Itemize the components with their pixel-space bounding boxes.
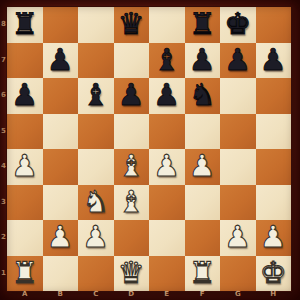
square-e7[interactable]: ♝: [149, 43, 185, 79]
white-king-h1: ♚: [260, 255, 287, 291]
square-d8[interactable]: ♛: [114, 7, 150, 43]
black-pawn-h7: ♟: [260, 42, 287, 78]
square-e8[interactable]: [149, 7, 185, 43]
square-d5[interactable]: [114, 114, 150, 150]
square-b5[interactable]: [43, 114, 79, 150]
square-d7[interactable]: [114, 43, 150, 79]
white-bishop-d4: ♝: [118, 148, 145, 184]
rank-label-1: 1: [0, 256, 7, 292]
black-pawn-b7: ♟: [47, 42, 74, 78]
square-f4[interactable]: ♟: [185, 149, 221, 185]
white-bishop-d3: ♝: [118, 184, 145, 220]
square-h3[interactable]: [256, 185, 292, 221]
black-bishop-e7: ♝: [153, 42, 180, 78]
square-f6[interactable]: ♞: [185, 78, 221, 114]
square-c3[interactable]: ♞: [78, 185, 114, 221]
square-d3[interactable]: ♝: [114, 185, 150, 221]
file-label-g: G: [220, 290, 256, 300]
file-label-c: C: [78, 290, 114, 300]
square-a5[interactable]: [7, 114, 43, 150]
square-g1[interactable]: [220, 256, 256, 292]
square-g8[interactable]: ♚: [220, 7, 256, 43]
white-pawn-f4: ♟: [189, 148, 216, 184]
black-pawn-a6: ♟: [11, 77, 38, 113]
square-d6[interactable]: ♟: [114, 78, 150, 114]
rank-label-6: 6: [0, 78, 7, 114]
rank-label-3: 3: [0, 185, 7, 221]
file-label-a: A: [7, 290, 43, 300]
square-c7[interactable]: [78, 43, 114, 79]
square-h8[interactable]: [256, 7, 292, 43]
white-pawn-e4: ♟: [153, 148, 180, 184]
rank-label-2: 2: [0, 220, 7, 256]
white-pawn-g2: ♟: [224, 219, 251, 255]
square-a4[interactable]: ♟: [7, 149, 43, 185]
black-pawn-f7: ♟: [189, 42, 216, 78]
square-b3[interactable]: [43, 185, 79, 221]
file-label-h: H: [256, 290, 292, 300]
square-h1[interactable]: ♚: [256, 256, 292, 292]
square-b8[interactable]: [43, 7, 79, 43]
square-e6[interactable]: ♟: [149, 78, 185, 114]
black-rook-a8: ♜: [11, 6, 38, 42]
square-c5[interactable]: [78, 114, 114, 150]
square-b7[interactable]: ♟: [43, 43, 79, 79]
square-b6[interactable]: [43, 78, 79, 114]
square-c6[interactable]: ♝: [78, 78, 114, 114]
square-a1[interactable]: ♜: [7, 256, 43, 292]
black-pawn-e6: ♟: [153, 77, 180, 113]
square-h4[interactable]: [256, 149, 292, 185]
white-rook-f1: ♜: [189, 255, 216, 291]
square-f8[interactable]: ♜: [185, 7, 221, 43]
square-d4[interactable]: ♝: [114, 149, 150, 185]
rank-label-8: 8: [0, 7, 7, 43]
square-g2[interactable]: ♟: [220, 220, 256, 256]
file-label-e: E: [149, 290, 185, 300]
black-knight-f6: ♞: [189, 77, 216, 113]
square-g6[interactable]: [220, 78, 256, 114]
square-a6[interactable]: ♟: [7, 78, 43, 114]
chess-board: ♜♛♜♚♟♝♟♟♟♟♝♟♟♞♟♝♟♟♞♝♟♟♟♟♜♛♜♚: [7, 7, 291, 291]
square-d2[interactable]: [114, 220, 150, 256]
square-g3[interactable]: [220, 185, 256, 221]
square-g4[interactable]: [220, 149, 256, 185]
white-pawn-c2: ♟: [82, 219, 109, 255]
square-b4[interactable]: [43, 149, 79, 185]
square-f2[interactable]: [185, 220, 221, 256]
square-d1[interactable]: ♛: [114, 256, 150, 292]
square-h6[interactable]: [256, 78, 292, 114]
square-a3[interactable]: [7, 185, 43, 221]
square-h7[interactable]: ♟: [256, 43, 292, 79]
square-e1[interactable]: [149, 256, 185, 292]
file-label-b: B: [43, 290, 79, 300]
square-e5[interactable]: [149, 114, 185, 150]
chess-diagram: ♜♛♜♚♟♝♟♟♟♟♝♟♟♞♟♝♟♟♞♝♟♟♟♟♜♛♜♚ 87654321ABC…: [0, 0, 300, 300]
square-e4[interactable]: ♟: [149, 149, 185, 185]
white-pawn-a4: ♟: [11, 148, 38, 184]
square-b1[interactable]: [43, 256, 79, 292]
square-a7[interactable]: [7, 43, 43, 79]
black-bishop-c6: ♝: [82, 77, 109, 113]
rank-label-7: 7: [0, 43, 7, 79]
white-pawn-b2: ♟: [47, 219, 74, 255]
rank-label-4: 4: [0, 149, 7, 185]
square-h2[interactable]: ♟: [256, 220, 292, 256]
black-pawn-g7: ♟: [224, 42, 251, 78]
square-c2[interactable]: ♟: [78, 220, 114, 256]
white-knight-c3: ♞: [82, 184, 109, 220]
square-b2[interactable]: ♟: [43, 220, 79, 256]
square-e3[interactable]: [149, 185, 185, 221]
black-rook-f8: ♜: [189, 6, 216, 42]
square-a8[interactable]: ♜: [7, 7, 43, 43]
square-f5[interactable]: [185, 114, 221, 150]
black-pawn-d6: ♟: [118, 77, 145, 113]
file-label-f: F: [185, 290, 221, 300]
square-c4[interactable]: [78, 149, 114, 185]
white-pawn-h2: ♟: [260, 219, 287, 255]
square-a2[interactable]: [7, 220, 43, 256]
square-c8[interactable]: [78, 7, 114, 43]
square-h5[interactable]: [256, 114, 292, 150]
black-queen-d8: ♛: [118, 6, 145, 42]
square-e2[interactable]: [149, 220, 185, 256]
square-f3[interactable]: [185, 185, 221, 221]
square-g7[interactable]: ♟: [220, 43, 256, 79]
rank-label-5: 5: [0, 114, 7, 150]
square-f7[interactable]: ♟: [185, 43, 221, 79]
square-c1[interactable]: [78, 256, 114, 292]
white-rook-a1: ♜: [11, 255, 38, 291]
file-label-d: D: [114, 290, 150, 300]
square-g5[interactable]: [220, 114, 256, 150]
white-queen-d1: ♛: [118, 255, 145, 291]
black-king-g8: ♚: [224, 6, 251, 42]
square-f1[interactable]: ♜: [185, 256, 221, 292]
